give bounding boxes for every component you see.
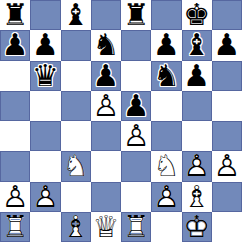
square-h8[interactable] — [212, 0, 242, 30]
piece-white-pawn[interactable]: ♟♙ — [182, 151, 212, 181]
square-e7[interactable] — [121, 30, 151, 60]
piece-solid-layer: ♜ — [0, 0, 30, 30]
square-d8[interactable] — [91, 0, 121, 30]
piece-outline-layer: ♙ — [182, 151, 212, 181]
square-f3[interactable]: ♞♘ — [151, 151, 181, 181]
piece-black-queen[interactable]: ♛ — [30, 61, 60, 91]
square-a7[interactable]: ♟ — [0, 30, 30, 60]
square-h1[interactable] — [212, 212, 242, 242]
piece-black-knight[interactable]: ♞ — [91, 30, 121, 60]
square-b5[interactable] — [30, 91, 60, 121]
square-c8[interactable]: ♝ — [61, 0, 91, 30]
piece-black-king[interactable]: ♚ — [182, 0, 212, 30]
piece-solid-layer: ♟ — [151, 30, 181, 60]
piece-black-bishop[interactable]: ♝ — [182, 30, 212, 60]
square-g5[interactable] — [182, 91, 212, 121]
square-e6[interactable] — [121, 61, 151, 91]
piece-outline-layer: ♔ — [182, 212, 212, 242]
piece-solid-layer: ♟ — [121, 91, 151, 121]
square-c7[interactable] — [61, 30, 91, 60]
square-c3[interactable]: ♞♘ — [61, 151, 91, 181]
square-g1[interactable]: ♚♔ — [182, 212, 212, 242]
square-e8[interactable]: ♜ — [121, 0, 151, 30]
piece-outline-layer: ♖ — [121, 212, 151, 242]
square-b7[interactable]: ♟ — [30, 30, 60, 60]
piece-solid-layer: ♟ — [30, 30, 60, 60]
square-d2[interactable] — [91, 182, 121, 212]
piece-white-pawn[interactable]: ♟♙ — [0, 182, 30, 212]
piece-black-knight[interactable]: ♞ — [151, 61, 181, 91]
square-h3[interactable]: ♟♙ — [212, 151, 242, 181]
piece-black-pawn[interactable]: ♟ — [182, 61, 212, 91]
piece-outline-layer: ♙ — [91, 91, 121, 121]
square-f1[interactable] — [151, 212, 181, 242]
square-d6[interactable]: ♟ — [91, 61, 121, 91]
piece-black-pawn[interactable]: ♟ — [212, 30, 242, 60]
square-b2[interactable]: ♟♙ — [30, 182, 60, 212]
piece-solid-layer: ♚ — [182, 0, 212, 30]
square-h5[interactable] — [212, 91, 242, 121]
piece-black-pawn[interactable]: ♟ — [30, 30, 60, 60]
piece-outline-layer: ♙ — [30, 182, 60, 212]
square-h7[interactable]: ♟ — [212, 30, 242, 60]
piece-solid-layer: ♝ — [61, 0, 91, 30]
piece-solid-layer: ♛ — [30, 61, 60, 91]
chess-board: ♜♝♜♚♟♟♞♟♝♟♛♟♞♟♟♙♟♟♙♞♘♞♘♟♙♟♙♟♙♟♙♟♙♝♗♜♖♝♗♛… — [0, 0, 242, 242]
square-b1[interactable] — [30, 212, 60, 242]
piece-white-pawn[interactable]: ♟♙ — [121, 121, 151, 151]
square-g2[interactable]: ♝♗ — [182, 182, 212, 212]
piece-white-rook[interactable]: ♜♖ — [0, 212, 30, 242]
square-a8[interactable]: ♜ — [0, 0, 30, 30]
piece-outline-layer: ♙ — [0, 182, 30, 212]
piece-outline-layer: ♙ — [151, 182, 181, 212]
piece-white-knight[interactable]: ♞♘ — [61, 151, 91, 181]
square-h6[interactable] — [212, 61, 242, 91]
piece-white-knight[interactable]: ♞♘ — [151, 151, 181, 181]
square-a4[interactable] — [0, 121, 30, 151]
square-g8[interactable]: ♚ — [182, 0, 212, 30]
piece-white-pawn[interactable]: ♟♙ — [151, 182, 181, 212]
square-e2[interactable] — [121, 182, 151, 212]
piece-black-rook[interactable]: ♜ — [0, 0, 30, 30]
square-f4[interactable] — [151, 121, 181, 151]
square-d5[interactable]: ♟♙ — [91, 91, 121, 121]
square-f2[interactable]: ♟♙ — [151, 182, 181, 212]
piece-solid-layer: ♞ — [151, 61, 181, 91]
piece-black-bishop[interactable]: ♝ — [61, 0, 91, 30]
square-a5[interactable] — [0, 91, 30, 121]
square-f5[interactable] — [151, 91, 181, 121]
square-a6[interactable] — [0, 61, 30, 91]
square-d3[interactable] — [91, 151, 121, 181]
piece-outline-layer: ♙ — [212, 151, 242, 181]
piece-outline-layer: ♕ — [91, 212, 121, 242]
square-b4[interactable] — [30, 121, 60, 151]
square-e3[interactable] — [121, 151, 151, 181]
piece-black-rook[interactable]: ♜ — [121, 0, 151, 30]
square-f6[interactable]: ♞ — [151, 61, 181, 91]
piece-black-pawn[interactable]: ♟ — [0, 30, 30, 60]
piece-outline-layer: ♘ — [61, 151, 91, 181]
piece-solid-layer: ♟ — [212, 30, 242, 60]
piece-black-pawn[interactable]: ♟ — [121, 91, 151, 121]
square-e4[interactable]: ♟♙ — [121, 121, 151, 151]
square-b6[interactable]: ♛ — [30, 61, 60, 91]
square-c1[interactable]: ♝♗ — [61, 212, 91, 242]
piece-solid-layer: ♟ — [182, 61, 212, 91]
square-e1[interactable]: ♜♖ — [121, 212, 151, 242]
square-g3[interactable]: ♟♙ — [182, 151, 212, 181]
square-d1[interactable]: ♛♕ — [91, 212, 121, 242]
piece-solid-layer: ♟ — [0, 30, 30, 60]
piece-black-pawn[interactable]: ♟ — [91, 61, 121, 91]
square-b3[interactable] — [30, 151, 60, 181]
piece-white-bishop[interactable]: ♝♗ — [182, 182, 212, 212]
piece-white-rook[interactable]: ♜♖ — [121, 212, 151, 242]
square-g6[interactable]: ♟ — [182, 61, 212, 91]
square-f7[interactable]: ♟ — [151, 30, 181, 60]
square-g4[interactable] — [182, 121, 212, 151]
piece-solid-layer: ♞ — [91, 30, 121, 60]
square-c4[interactable] — [61, 121, 91, 151]
square-c2[interactable] — [61, 182, 91, 212]
piece-solid-layer: ♜ — [121, 0, 151, 30]
square-d4[interactable] — [91, 121, 121, 151]
piece-solid-layer: ♝ — [182, 30, 212, 60]
piece-white-king[interactable]: ♚♔ — [182, 212, 212, 242]
piece-outline-layer: ♗ — [182, 182, 212, 212]
piece-black-pawn[interactable]: ♟ — [151, 30, 181, 60]
piece-solid-layer: ♟ — [91, 61, 121, 91]
chess-board-container: ♜♝♜♚♟♟♞♟♝♟♛♟♞♟♟♙♟♟♙♞♘♞♘♟♙♟♙♟♙♟♙♟♙♝♗♜♖♝♗♛… — [0, 0, 242, 242]
square-d7[interactable]: ♞ — [91, 30, 121, 60]
piece-outline-layer: ♗ — [61, 212, 91, 242]
piece-outline-layer: ♙ — [121, 121, 151, 151]
piece-white-bishop[interactable]: ♝♗ — [61, 212, 91, 242]
square-h2[interactable] — [212, 182, 242, 212]
piece-white-pawn[interactable]: ♟♙ — [91, 91, 121, 121]
square-a2[interactable]: ♟♙ — [0, 182, 30, 212]
piece-outline-layer: ♖ — [0, 212, 30, 242]
square-e5[interactable]: ♟ — [121, 91, 151, 121]
piece-outline-layer: ♘ — [151, 151, 181, 181]
piece-white-pawn[interactable]: ♟♙ — [212, 151, 242, 181]
square-a3[interactable] — [0, 151, 30, 181]
square-a1[interactable]: ♜♖ — [0, 212, 30, 242]
square-f8[interactable] — [151, 0, 181, 30]
square-h4[interactable] — [212, 121, 242, 151]
square-g7[interactable]: ♝ — [182, 30, 212, 60]
square-b8[interactable] — [30, 0, 60, 30]
square-c5[interactable] — [61, 91, 91, 121]
piece-white-queen[interactable]: ♛♕ — [91, 212, 121, 242]
square-c6[interactable] — [61, 61, 91, 91]
piece-white-pawn[interactable]: ♟♙ — [30, 182, 60, 212]
